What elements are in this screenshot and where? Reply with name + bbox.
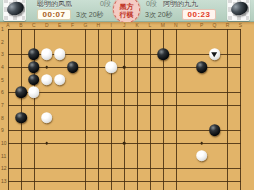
- col-label-E: E: [58, 22, 61, 28]
- col-label-Q: Q: [213, 22, 217, 28]
- row-label-5: 5: [1, 77, 4, 83]
- col-label-B: B: [19, 22, 22, 28]
- right-player-clock: 00:23: [182, 9, 216, 20]
- row-label-1: 1: [1, 26, 4, 32]
- black-stone-C5: [28, 74, 40, 86]
- row-label-7: 7: [1, 102, 4, 108]
- game-header: 聪明的凤凰 0段 00:07 3次 20秒 黑方 行棋 0段 阿明的九九 3次 …: [0, 0, 254, 22]
- black-stone-M3: [157, 49, 169, 61]
- right-player-avatar[interactable]: [227, 0, 250, 21]
- col-label-M: M: [161, 22, 165, 28]
- col-label-D: D: [45, 22, 49, 28]
- row-label-11: 11: [1, 153, 6, 159]
- go-board-grid[interactable]: [8, 29, 241, 190]
- white-stone-P11: [196, 150, 208, 162]
- black-stone-F4: [67, 61, 79, 73]
- white-stone-I4: [105, 61, 117, 73]
- black-stone-B8: [15, 112, 27, 124]
- col-label-P: P: [200, 22, 203, 28]
- row-label-4: 4: [1, 64, 4, 70]
- star-point-J4: [123, 66, 126, 69]
- row-label-8: 8: [1, 115, 4, 121]
- col-label-H: H: [97, 22, 101, 28]
- col-label-N: N: [174, 22, 178, 28]
- star-point-D4: [45, 66, 48, 69]
- row-label-2: 2: [1, 39, 4, 45]
- col-label-L: L: [149, 22, 152, 28]
- col-label-J: J: [123, 22, 126, 28]
- white-stone-E5: [54, 74, 66, 86]
- col-label-G: G: [84, 22, 88, 28]
- row-label-10: 10: [1, 140, 7, 146]
- white-stone-D5: [41, 74, 53, 86]
- star-point-D10: [45, 142, 48, 145]
- black-stone-C4: [28, 61, 40, 73]
- right-player-name: 阿明的九九: [163, 0, 198, 8]
- col-label-O: O: [187, 22, 191, 28]
- black-stone-Q9: [209, 125, 221, 137]
- white-stone-C6: [28, 87, 40, 99]
- left-player-name: 聪明的凤凰: [37, 0, 72, 8]
- col-label-S: S: [239, 22, 242, 28]
- left-player-avatar[interactable]: [3, 0, 26, 21]
- left-player-clock: 00:07: [37, 9, 71, 20]
- star-point-P10: [200, 142, 203, 145]
- col-label-I: I: [111, 22, 112, 28]
- turn-seal-line2: 行棋: [114, 11, 139, 19]
- go-app-screen: 聪明的凤凰 0段 00:07 3次 20秒 黑方 行棋 0段 阿明的九九 3次 …: [0, 0, 254, 190]
- star-point-J10: [123, 142, 126, 145]
- right-avatar-stone-icon: [229, 0, 249, 17]
- last-move-marker-icon: [211, 52, 217, 57]
- right-player-rank: 0段: [146, 0, 157, 8]
- turn-seal-line1: 黑方: [114, 3, 139, 11]
- black-stone-P4: [196, 61, 208, 73]
- right-player-byoyomi: 3次 20秒: [145, 10, 173, 19]
- row-label-12: 12: [1, 165, 7, 171]
- col-label-C: C: [32, 22, 36, 28]
- left-player-rank: 0段: [100, 0, 111, 8]
- left-avatar-stone-icon: [5, 0, 25, 17]
- black-stone-B6: [15, 87, 27, 99]
- col-label-R: R: [226, 22, 230, 28]
- white-stone-D3: [41, 49, 53, 61]
- white-stone-Q3: [209, 49, 221, 61]
- turn-seal-stamp: 黑方 行棋: [113, 0, 140, 23]
- black-stone-C3: [28, 49, 40, 61]
- left-player-byoyomi: 3次 20秒: [76, 10, 104, 19]
- white-stone-D8: [41, 112, 53, 124]
- white-stone-E3: [54, 49, 66, 61]
- row-label-6: 6: [1, 89, 4, 95]
- col-label-F: F: [71, 22, 74, 28]
- row-label-13: 13: [1, 178, 7, 184]
- row-label-9: 9: [1, 127, 4, 133]
- row-label-3: 3: [1, 51, 4, 57]
- col-label-K: K: [135, 22, 138, 28]
- col-label-A: A: [6, 22, 9, 28]
- go-board: ABCDEFGHIJKLMNOPQRS 12345678910111213: [0, 22, 254, 190]
